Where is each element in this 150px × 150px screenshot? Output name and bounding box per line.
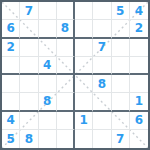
sudoku-board: 754682274881416587 — [0, 0, 150, 150]
sudoku-cell-r1c6[interactable] — [93, 2, 111, 20]
sudoku-cell-r3c8[interactable] — [130, 39, 148, 57]
sudoku-cell-r7c7[interactable] — [112, 112, 130, 130]
sudoku-cell-r1c1[interactable] — [2, 2, 20, 20]
given-digit: 7 — [25, 5, 33, 17]
sudoku-cell-r6c8[interactable]: 1 — [130, 93, 148, 111]
given-digit: 1 — [79, 114, 87, 126]
given-digit: 2 — [6, 41, 14, 53]
sudoku-cell-r5c7[interactable] — [112, 75, 130, 93]
sudoku-cell-r2c1[interactable]: 6 — [2, 20, 20, 38]
sudoku-cell-r5c4[interactable] — [57, 75, 75, 93]
sudoku-grid: 754682274881416587 — [2, 2, 148, 148]
sudoku-cell-r1c3[interactable] — [39, 2, 57, 20]
sudoku-cell-r8c8[interactable] — [130, 130, 148, 148]
sudoku-cell-r2c3[interactable] — [39, 20, 57, 38]
sudoku-cell-r3c5[interactable] — [75, 39, 93, 57]
sudoku-cell-r4c7[interactable] — [112, 57, 130, 75]
sudoku-cell-r5c2[interactable] — [20, 75, 38, 93]
sudoku-cell-r6c6[interactable] — [93, 93, 111, 111]
given-digit: 8 — [98, 78, 106, 90]
sudoku-cell-r3c7[interactable] — [112, 39, 130, 57]
sudoku-cell-r4c6[interactable] — [93, 57, 111, 75]
sudoku-cell-r1c5[interactable] — [75, 2, 93, 20]
sudoku-cell-r7c2[interactable] — [20, 112, 38, 130]
sudoku-cell-r6c4[interactable] — [57, 93, 75, 111]
sudoku-cell-r3c3[interactable] — [39, 39, 57, 57]
given-digit: 4 — [6, 114, 14, 126]
sudoku-cell-r4c2[interactable] — [20, 57, 38, 75]
sudoku-cell-r8c5[interactable] — [75, 130, 93, 148]
given-digit: 8 — [61, 22, 69, 34]
sudoku-cell-r7c3[interactable] — [39, 112, 57, 130]
sudoku-cell-r2c8[interactable]: 2 — [130, 20, 148, 38]
sudoku-cell-r5c1[interactable] — [2, 75, 20, 93]
sudoku-cell-r3c6[interactable]: 7 — [93, 39, 111, 57]
given-digit: 5 — [116, 5, 124, 17]
sudoku-cell-r8c1[interactable]: 5 — [2, 130, 20, 148]
sudoku-cell-r1c8[interactable]: 4 — [130, 2, 148, 20]
given-digit: 6 — [135, 114, 143, 126]
sudoku-cell-r2c5[interactable] — [75, 20, 93, 38]
sudoku-cell-r8c7[interactable]: 7 — [112, 130, 130, 148]
sudoku-cell-r8c3[interactable] — [39, 130, 57, 148]
sudoku-cell-r7c1[interactable]: 4 — [2, 112, 20, 130]
given-digit: 5 — [6, 133, 14, 145]
sudoku-cell-r6c5[interactable] — [75, 93, 93, 111]
sudoku-cell-r5c5[interactable] — [75, 75, 93, 93]
sudoku-cell-r5c8[interactable] — [130, 75, 148, 93]
given-digit: 8 — [43, 95, 51, 107]
sudoku-cell-r2c2[interactable] — [20, 20, 38, 38]
sudoku-cell-r2c4[interactable]: 8 — [57, 20, 75, 38]
sudoku-cell-r5c3[interactable] — [39, 75, 57, 93]
sudoku-cell-r7c8[interactable]: 6 — [130, 112, 148, 130]
sudoku-cell-r8c2[interactable]: 8 — [20, 130, 38, 148]
sudoku-cell-r4c3[interactable]: 4 — [39, 57, 57, 75]
sudoku-cell-r6c1[interactable] — [2, 93, 20, 111]
sudoku-cell-r7c5[interactable]: 1 — [75, 112, 93, 130]
sudoku-cell-r8c4[interactable] — [57, 130, 75, 148]
sudoku-cell-r5c6[interactable]: 8 — [93, 75, 111, 93]
given-digit: 2 — [135, 22, 143, 34]
sudoku-cell-r3c1[interactable]: 2 — [2, 39, 20, 57]
given-digit: 1 — [135, 95, 143, 107]
sudoku-cell-r1c7[interactable]: 5 — [112, 2, 130, 20]
given-digit: 7 — [98, 41, 106, 53]
given-digit: 4 — [43, 59, 51, 71]
given-digit: 7 — [116, 133, 124, 145]
sudoku-cell-r3c2[interactable] — [20, 39, 38, 57]
sudoku-cell-r4c4[interactable] — [57, 57, 75, 75]
sudoku-cell-r8c6[interactable] — [93, 130, 111, 148]
given-digit: 6 — [6, 22, 14, 34]
sudoku-cell-r4c8[interactable] — [130, 57, 148, 75]
sudoku-cell-r6c3[interactable]: 8 — [39, 93, 57, 111]
sudoku-cell-r7c6[interactable] — [93, 112, 111, 130]
sudoku-cell-r2c6[interactable] — [93, 20, 111, 38]
given-digit: 8 — [25, 133, 33, 145]
sudoku-cell-r2c7[interactable] — [112, 20, 130, 38]
sudoku-cell-r3c4[interactable] — [57, 39, 75, 57]
sudoku-cell-r6c2[interactable] — [20, 93, 38, 111]
sudoku-cell-r1c4[interactable] — [57, 2, 75, 20]
sudoku-cell-r1c2[interactable]: 7 — [20, 2, 38, 20]
sudoku-cell-r4c5[interactable] — [75, 57, 93, 75]
given-digit: 4 — [135, 5, 143, 17]
sudoku-cell-r6c7[interactable] — [112, 93, 130, 111]
sudoku-cell-r7c4[interactable] — [57, 112, 75, 130]
sudoku-cell-r4c1[interactable] — [2, 57, 20, 75]
